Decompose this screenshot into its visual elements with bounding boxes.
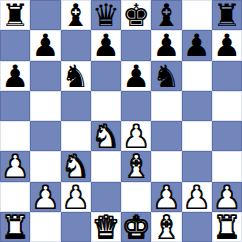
black-pawn-d7[interactable]: ♟ — [92, 30, 120, 60]
square-c7[interactable] — [61, 30, 91, 60]
square-f5[interactable] — [151, 91, 181, 121]
square-e8[interactable]: ♚ — [121, 0, 151, 30]
square-f1[interactable]: ♝ — [151, 212, 181, 242]
white-knight-c3[interactable]: ♞ — [62, 151, 90, 181]
chess-board: ♜♝♛♚♝♜♟♟♟♟♟♟♞♟♞♞♟♟♞♝♟♟♟♟♟♜♛♚♝♜ — [0, 0, 242, 242]
square-b2[interactable]: ♟ — [30, 182, 60, 212]
square-b3[interactable] — [30, 151, 60, 181]
square-f6[interactable]: ♞ — [151, 61, 181, 91]
black-pawn-f7[interactable]: ♟ — [152, 30, 180, 60]
square-a6[interactable]: ♟ — [0, 61, 30, 91]
square-g4[interactable] — [182, 121, 212, 151]
black-pawn-e6[interactable]: ♟ — [122, 61, 150, 91]
square-c2[interactable]: ♟ — [61, 182, 91, 212]
square-b4[interactable] — [30, 121, 60, 151]
white-bishop-e3[interactable]: ♝ — [122, 151, 150, 181]
black-knight-c6[interactable]: ♞ — [62, 61, 90, 91]
black-rook-h8[interactable]: ♜ — [213, 0, 241, 30]
black-pawn-b7[interactable]: ♟ — [31, 30, 59, 60]
square-e7[interactable] — [121, 30, 151, 60]
black-bishop-f8[interactable]: ♝ — [152, 0, 180, 30]
square-d8[interactable]: ♛ — [91, 0, 121, 30]
square-g3[interactable] — [182, 151, 212, 181]
square-c3[interactable]: ♞ — [61, 151, 91, 181]
black-knight-f6[interactable]: ♞ — [152, 61, 180, 91]
square-d3[interactable] — [91, 151, 121, 181]
square-f3[interactable] — [151, 151, 181, 181]
square-f2[interactable]: ♟ — [151, 182, 181, 212]
square-a2[interactable] — [0, 182, 30, 212]
square-h5[interactable] — [212, 91, 242, 121]
square-g2[interactable]: ♟ — [182, 182, 212, 212]
white-pawn-a3[interactable]: ♟ — [1, 151, 29, 181]
square-g1[interactable] — [182, 212, 212, 242]
white-pawn-g2[interactable]: ♟ — [183, 182, 211, 212]
black-pawn-g7[interactable]: ♟ — [183, 30, 211, 60]
square-e1[interactable]: ♚ — [121, 212, 151, 242]
square-d2[interactable] — [91, 182, 121, 212]
white-pawn-c2[interactable]: ♟ — [62, 182, 90, 212]
square-h8[interactable]: ♜ — [212, 0, 242, 30]
square-e2[interactable] — [121, 182, 151, 212]
square-h1[interactable]: ♜ — [212, 212, 242, 242]
black-queen-d8[interactable]: ♛ — [92, 0, 120, 30]
square-g8[interactable] — [182, 0, 212, 30]
square-b1[interactable] — [30, 212, 60, 242]
square-f4[interactable] — [151, 121, 181, 151]
square-e3[interactable]: ♝ — [121, 151, 151, 181]
square-e6[interactable]: ♟ — [121, 61, 151, 91]
square-a1[interactable]: ♜ — [0, 212, 30, 242]
black-rook-a8[interactable]: ♜ — [1, 0, 29, 30]
black-bishop-c8[interactable]: ♝ — [62, 0, 90, 30]
square-h7[interactable]: ♟ — [212, 30, 242, 60]
square-f7[interactable]: ♟ — [151, 30, 181, 60]
white-king-e1[interactable]: ♚ — [122, 212, 150, 242]
square-h4[interactable] — [212, 121, 242, 151]
square-b6[interactable] — [30, 61, 60, 91]
white-pawn-h2[interactable]: ♟ — [213, 182, 241, 212]
square-h6[interactable] — [212, 61, 242, 91]
black-pawn-a6[interactable]: ♟ — [1, 61, 29, 91]
square-a3[interactable]: ♟ — [0, 151, 30, 181]
square-e4[interactable]: ♟ — [121, 121, 151, 151]
black-pawn-h7[interactable]: ♟ — [213, 30, 241, 60]
square-b8[interactable] — [30, 0, 60, 30]
square-c4[interactable] — [61, 121, 91, 151]
square-h2[interactable]: ♟ — [212, 182, 242, 212]
white-pawn-e4[interactable]: ♟ — [122, 121, 150, 151]
square-d7[interactable]: ♟ — [91, 30, 121, 60]
square-h3[interactable] — [212, 151, 242, 181]
square-f8[interactable]: ♝ — [151, 0, 181, 30]
white-queen-d1[interactable]: ♛ — [92, 212, 120, 242]
square-c5[interactable] — [61, 91, 91, 121]
square-d5[interactable] — [91, 91, 121, 121]
black-king-e8[interactable]: ♚ — [122, 0, 150, 30]
square-g5[interactable] — [182, 91, 212, 121]
square-e5[interactable] — [121, 91, 151, 121]
square-c1[interactable] — [61, 212, 91, 242]
square-d6[interactable] — [91, 61, 121, 91]
square-a5[interactable] — [0, 91, 30, 121]
square-g6[interactable] — [182, 61, 212, 91]
white-rook-a1[interactable]: ♜ — [1, 212, 29, 242]
square-b7[interactable]: ♟ — [30, 30, 60, 60]
white-pawn-f2[interactable]: ♟ — [152, 182, 180, 212]
square-a7[interactable] — [0, 30, 30, 60]
square-b5[interactable] — [30, 91, 60, 121]
square-g7[interactable]: ♟ — [182, 30, 212, 60]
square-c6[interactable]: ♞ — [61, 61, 91, 91]
square-a8[interactable]: ♜ — [0, 0, 30, 30]
white-pawn-b2[interactable]: ♟ — [31, 182, 59, 212]
white-rook-h1[interactable]: ♜ — [213, 212, 241, 242]
square-d1[interactable]: ♛ — [91, 212, 121, 242]
square-c8[interactable]: ♝ — [61, 0, 91, 30]
square-d4[interactable]: ♞ — [91, 121, 121, 151]
white-knight-d4[interactable]: ♞ — [92, 121, 120, 151]
square-a4[interactable] — [0, 121, 30, 151]
white-bishop-f1[interactable]: ♝ — [152, 212, 180, 242]
